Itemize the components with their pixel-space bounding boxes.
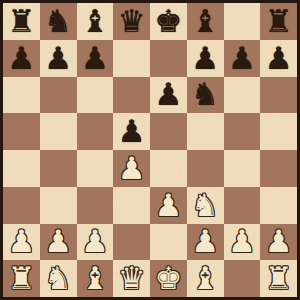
square-g4[interactable]	[224, 150, 261, 187]
piece-white-pawn[interactable]: ♟	[228, 226, 256, 257]
square-d5[interactable]: ♟	[113, 113, 150, 150]
square-d4[interactable]: ♟	[113, 150, 150, 187]
piece-black-king[interactable]: ♚	[154, 6, 182, 37]
square-e2[interactable]	[150, 224, 187, 261]
piece-black-knight[interactable]: ♞	[44, 6, 72, 37]
piece-black-rook[interactable]: ♜	[7, 6, 35, 37]
square-a8[interactable]: ♜	[3, 3, 40, 40]
square-b7[interactable]: ♟	[40, 40, 77, 77]
square-f1[interactable]: ♝	[187, 260, 224, 297]
square-b5[interactable]	[40, 113, 77, 150]
square-g8[interactable]	[224, 3, 261, 40]
piece-white-pawn[interactable]: ♟	[81, 226, 109, 257]
square-f8[interactable]: ♝	[187, 3, 224, 40]
square-g5[interactable]	[224, 113, 261, 150]
square-b2[interactable]: ♟	[40, 224, 77, 261]
piece-black-pawn[interactable]: ♟	[81, 43, 109, 74]
square-a6[interactable]	[3, 77, 40, 114]
square-a7[interactable]: ♟	[3, 40, 40, 77]
square-e7[interactable]	[150, 40, 187, 77]
square-c6[interactable]	[77, 77, 114, 114]
square-e4[interactable]	[150, 150, 187, 187]
square-f4[interactable]	[187, 150, 224, 187]
piece-black-bishop[interactable]: ♝	[81, 6, 109, 37]
piece-black-pawn[interactable]: ♟	[265, 43, 293, 74]
square-a5[interactable]	[3, 113, 40, 150]
square-b1[interactable]: ♞	[40, 260, 77, 297]
square-f2[interactable]: ♟	[187, 224, 224, 261]
piece-white-pawn[interactable]: ♟	[7, 226, 35, 257]
square-d8[interactable]: ♛	[113, 3, 150, 40]
square-g6[interactable]	[224, 77, 261, 114]
square-c3[interactable]	[77, 187, 114, 224]
square-d1[interactable]: ♛	[113, 260, 150, 297]
piece-white-pawn[interactable]: ♟	[118, 153, 146, 184]
piece-black-pawn[interactable]: ♟	[191, 43, 219, 74]
square-a4[interactable]	[3, 150, 40, 187]
piece-black-pawn[interactable]: ♟	[118, 116, 146, 147]
piece-black-pawn[interactable]: ♟	[154, 79, 182, 110]
piece-black-queen[interactable]: ♛	[118, 6, 146, 37]
square-a2[interactable]: ♟	[3, 224, 40, 261]
square-a1[interactable]: ♜	[3, 260, 40, 297]
square-d3[interactable]	[113, 187, 150, 224]
square-c4[interactable]	[77, 150, 114, 187]
piece-white-knight[interactable]: ♞	[44, 263, 72, 294]
piece-black-bishop[interactable]: ♝	[191, 6, 219, 37]
square-c7[interactable]: ♟	[77, 40, 114, 77]
piece-white-rook[interactable]: ♜	[7, 263, 35, 294]
square-d2[interactable]	[113, 224, 150, 261]
square-c1[interactable]: ♝	[77, 260, 114, 297]
piece-white-knight[interactable]: ♞	[191, 190, 219, 221]
square-g2[interactable]: ♟	[224, 224, 261, 261]
square-f6[interactable]: ♞	[187, 77, 224, 114]
square-e8[interactable]: ♚	[150, 3, 187, 40]
square-g3[interactable]	[224, 187, 261, 224]
square-h7[interactable]: ♟	[260, 40, 297, 77]
square-h8[interactable]: ♜	[260, 3, 297, 40]
square-h2[interactable]: ♟	[260, 224, 297, 261]
piece-white-bishop[interactable]: ♝	[81, 263, 109, 294]
piece-white-pawn[interactable]: ♟	[265, 226, 293, 257]
square-b4[interactable]	[40, 150, 77, 187]
square-b3[interactable]	[40, 187, 77, 224]
square-c8[interactable]: ♝	[77, 3, 114, 40]
square-h4[interactable]	[260, 150, 297, 187]
piece-white-king[interactable]: ♚	[154, 263, 182, 294]
piece-black-pawn[interactable]: ♟	[7, 43, 35, 74]
piece-black-rook[interactable]: ♜	[265, 6, 293, 37]
square-g7[interactable]: ♟	[224, 40, 261, 77]
piece-white-pawn[interactable]: ♟	[154, 190, 182, 221]
square-d6[interactable]	[113, 77, 150, 114]
square-e6[interactable]: ♟	[150, 77, 187, 114]
square-g1[interactable]	[224, 260, 261, 297]
square-e5[interactable]	[150, 113, 187, 150]
square-f7[interactable]: ♟	[187, 40, 224, 77]
square-h1[interactable]: ♜	[260, 260, 297, 297]
square-b8[interactable]: ♞	[40, 3, 77, 40]
square-a3[interactable]	[3, 187, 40, 224]
square-h3[interactable]	[260, 187, 297, 224]
square-e1[interactable]: ♚	[150, 260, 187, 297]
square-c2[interactable]: ♟	[77, 224, 114, 261]
square-h6[interactable]	[260, 77, 297, 114]
square-e3[interactable]: ♟	[150, 187, 187, 224]
square-c5[interactable]	[77, 113, 114, 150]
piece-black-pawn[interactable]: ♟	[44, 43, 72, 74]
piece-white-pawn[interactable]: ♟	[44, 226, 72, 257]
piece-black-knight[interactable]: ♞	[191, 79, 219, 110]
piece-black-pawn[interactable]: ♟	[228, 43, 256, 74]
piece-white-rook[interactable]: ♜	[265, 263, 293, 294]
piece-white-pawn[interactable]: ♟	[191, 226, 219, 257]
square-h5[interactable]	[260, 113, 297, 150]
board-frame: ♜♞♝♛♚♝♜♟♟♟♟♟♟♟♞♟♟♟♞♟♟♟♟♟♟♜♞♝♛♚♝♜	[0, 0, 300, 300]
square-b6[interactable]	[40, 77, 77, 114]
piece-white-queen[interactable]: ♛	[118, 263, 146, 294]
piece-white-bishop[interactable]: ♝	[191, 263, 219, 294]
chess-board: ♜♞♝♛♚♝♜♟♟♟♟♟♟♟♞♟♟♟♞♟♟♟♟♟♟♜♞♝♛♚♝♜	[3, 3, 297, 297]
square-d7[interactable]	[113, 40, 150, 77]
square-f3[interactable]: ♞	[187, 187, 224, 224]
square-f5[interactable]	[187, 113, 224, 150]
